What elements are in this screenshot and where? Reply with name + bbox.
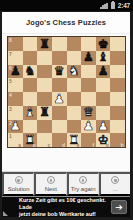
square-c3[interactable]: ♜ <box>37 106 52 120</box>
square-f7[interactable]: ♟ <box>81 51 96 65</box>
square-b8[interactable] <box>23 37 38 51</box>
black-knight-b6: ♞ <box>23 65 38 79</box>
next-icon <box>47 176 55 184</box>
square-a1[interactable]: 1a <box>8 133 23 147</box>
try-again-icon <box>79 176 87 184</box>
square-g6[interactable]: ♟ <box>96 65 111 79</box>
square-h8[interactable] <box>110 37 125 51</box>
app-content: Jogo's Chess Puzzles 8♜♚7♟♝6♟♞♛♞♟54♟3♝♜♛… <box>2 12 130 217</box>
rank-label-7: 7 <box>9 51 12 57</box>
more-label: ... <box>113 186 118 192</box>
square-a7[interactable]: 7 <box>8 51 23 65</box>
white-pawn-g2: ♟ <box>96 120 111 134</box>
ad-banner[interactable]: Kurze Zeit gibt es 10€ geschenkt. Lade j… <box>2 196 130 217</box>
more-icon <box>111 176 119 184</box>
battery-icon <box>111 2 115 9</box>
square-h4[interactable] <box>110 92 125 106</box>
square-c1[interactable]: c <box>37 133 52 147</box>
black-king-g8: ♚ <box>96 37 111 51</box>
page-title: Jogo's Chess Puzzles <box>26 18 106 27</box>
square-b3[interactable]: ♝ <box>23 106 38 120</box>
square-d4[interactable]: ♟ <box>52 92 67 106</box>
next-label: Next <box>45 186 57 192</box>
rank-label-2: 2 <box>9 120 12 126</box>
square-c4[interactable] <box>37 92 52 106</box>
square-d3[interactable] <box>52 106 67 120</box>
square-b4[interactable] <box>23 92 38 106</box>
solution-icon <box>15 176 23 184</box>
try-again-icon-dot <box>82 179 85 182</box>
square-f8[interactable] <box>81 37 96 51</box>
square-e1[interactable]: e♜ <box>67 133 82 147</box>
square-f5[interactable] <box>81 78 96 92</box>
square-d5[interactable] <box>52 78 67 92</box>
black-queen-d6: ♛ <box>52 65 67 79</box>
try-again-label: Try again <box>71 186 96 192</box>
square-h5[interactable] <box>110 78 125 92</box>
file-label-h: h <box>120 142 123 148</box>
black-pawn-f7: ♟ <box>81 51 96 65</box>
solution-icon-dot <box>17 179 20 182</box>
square-b7[interactable] <box>23 51 38 65</box>
square-b5[interactable] <box>23 78 38 92</box>
square-a5[interactable]: 5 <box>8 78 23 92</box>
square-g2[interactable]: ♟ <box>96 120 111 134</box>
square-c5[interactable] <box>37 78 52 92</box>
square-b1[interactable]: b♜ <box>23 133 38 147</box>
square-h3[interactable] <box>110 106 125 120</box>
rank-label-1: 1 <box>9 133 12 139</box>
square-d6[interactable]: ♛ <box>52 65 67 79</box>
square-f4[interactable] <box>81 92 96 106</box>
square-c2[interactable] <box>37 120 52 134</box>
ad-text-line2: jetzt deine bob Wertkarte auf! <box>19 211 111 218</box>
white-queen-f3: ♛ <box>81 106 96 120</box>
ad-arrow-button[interactable]: ➔ <box>111 200 127 214</box>
rank-label-6: 6 <box>9 65 12 71</box>
square-g4[interactable] <box>96 92 111 106</box>
file-label-f: f <box>93 142 95 148</box>
square-h2[interactable] <box>110 120 125 134</box>
square-e3[interactable] <box>67 106 82 120</box>
white-pawn-f2: ♟ <box>81 120 96 134</box>
square-e8[interactable] <box>67 37 82 51</box>
square-a3[interactable]: 3 <box>8 106 23 120</box>
white-pawn-d4: ♟ <box>52 92 67 106</box>
solution-button[interactable]: Solution <box>2 172 34 196</box>
square-e7[interactable] <box>67 51 82 65</box>
square-e2[interactable] <box>67 120 82 134</box>
status-bar: 2:47 <box>0 0 133 11</box>
chess-board: 8♜♚7♟♝6♟♞♛♞♟54♟3♝♜♛2♟♟♟1ab♜cde♜fg♚h <box>7 36 126 148</box>
solution-label: Solution <box>8 186 30 192</box>
next-icon-dot <box>50 179 53 182</box>
arrow-right-icon: ➔ <box>115 203 123 212</box>
toolbar: SolutionNextTry again... <box>2 171 130 196</box>
square-f1[interactable]: f <box>81 133 96 147</box>
more-icon-dot <box>114 179 117 182</box>
rank-label-8: 8 <box>9 37 12 43</box>
square-d7[interactable] <box>52 51 67 65</box>
square-e6[interactable]: ♞ <box>67 65 82 79</box>
square-f6[interactable] <box>81 65 96 79</box>
square-d8[interactable] <box>52 37 67 51</box>
square-b6[interactable]: ♞ <box>23 65 38 79</box>
title-bar: Jogo's Chess Puzzles <box>2 12 130 34</box>
black-pawn-g6: ♟ <box>96 65 111 79</box>
square-g7[interactable]: ♝ <box>96 51 111 65</box>
square-f2[interactable]: ♟ <box>81 120 96 134</box>
file-label-b: b <box>33 142 36 148</box>
white-knight-e6: ♞ <box>67 65 82 79</box>
ad-info-icon[interactable] <box>3 211 8 216</box>
square-f3[interactable]: ♛ <box>81 106 96 120</box>
square-g5[interactable] <box>96 78 111 92</box>
more-button[interactable]: ... <box>99 172 130 196</box>
square-h1[interactable]: h <box>110 133 125 147</box>
rank-label-4: 4 <box>9 92 12 98</box>
rank-label-3: 3 <box>9 106 12 112</box>
ad-text-line1: Kurze Zeit gibt es 10€ geschenkt. Lade <box>19 197 111 211</box>
ad-text[interactable]: Kurze Zeit gibt es 10€ geschenkt. Lade j… <box>19 197 111 218</box>
square-d1[interactable]: d <box>52 133 67 147</box>
square-c7[interactable] <box>37 51 52 65</box>
signal-icon <box>100 3 108 9</box>
black-rook-c8: ♜ <box>37 37 52 51</box>
square-h7[interactable] <box>110 51 125 65</box>
next-button[interactable]: Next <box>34 172 66 196</box>
rank-label-5: 5 <box>9 78 12 84</box>
square-h6[interactable] <box>110 65 125 79</box>
black-bishop-g7: ♝ <box>96 51 111 65</box>
square-b2[interactable] <box>23 120 38 134</box>
square-a8[interactable]: 8 <box>8 37 23 51</box>
square-a6[interactable]: 6♟ <box>8 65 23 79</box>
square-a2[interactable]: 2♟ <box>8 120 23 134</box>
black-rook-c3: ♜ <box>37 106 52 120</box>
square-d2[interactable] <box>52 120 67 134</box>
app-screen: 2:47 Jogo's Chess Puzzles 8♜♚7♟♝6♟♞♛♞♟54… <box>0 0 133 220</box>
square-c8[interactable]: ♜ <box>37 37 52 51</box>
square-g1[interactable]: g♚ <box>96 133 111 147</box>
square-c6[interactable] <box>37 65 52 79</box>
status-time: 2:47 <box>118 2 130 9</box>
file-label-e: e <box>77 142 80 148</box>
square-g8[interactable]: ♚ <box>96 37 111 51</box>
square-e4[interactable] <box>67 92 82 106</box>
file-label-g: g <box>106 142 109 148</box>
file-label-d: d <box>62 142 65 148</box>
file-label-a: a <box>18 142 21 148</box>
square-a4[interactable]: 4 <box>8 92 23 106</box>
file-label-c: c <box>48 142 51 148</box>
white-bishop-b3: ♝ <box>23 106 38 120</box>
square-g3[interactable] <box>96 106 111 120</box>
square-e5[interactable] <box>67 78 82 92</box>
try-again-button[interactable]: Try again <box>67 172 99 196</box>
